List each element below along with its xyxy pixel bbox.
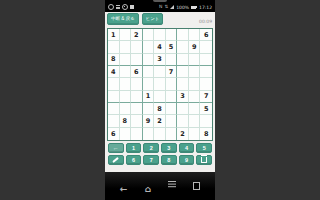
sudoku-cell-r7c6[interactable] — [166, 103, 178, 115]
sudoku-cell-r4c7[interactable] — [177, 66, 189, 78]
menu-icon — [168, 181, 176, 182]
sudoku-cell-r7c3[interactable] — [131, 103, 143, 115]
sudoku-cell-r9c3[interactable] — [131, 128, 143, 140]
sudoku-cell-r5c6[interactable] — [166, 78, 178, 90]
updown-icon: ⇅ — [164, 5, 168, 10]
hint-button[interactable]: ヒント — [142, 13, 164, 25]
circle-icon — [108, 4, 114, 10]
status-right-group: N⇅ 100% 17:12 — [159, 5, 212, 10]
erase-button[interactable] — [196, 155, 212, 165]
sudoku-cell-r5c5[interactable] — [154, 78, 166, 90]
sudoku-cell-r7c1[interactable] — [108, 103, 120, 115]
numpad-4[interactable]: 4 — [179, 143, 195, 153]
undo-icon — [113, 145, 119, 151]
sudoku-cell-r8c8[interactable] — [189, 115, 201, 127]
sudoku-cell-r2c2[interactable] — [120, 41, 132, 53]
sudoku-cell-r5c4[interactable] — [143, 78, 155, 90]
sudoku-cell-r7c4[interactable] — [143, 103, 155, 115]
sudoku-cell-r1c6[interactable] — [166, 29, 178, 41]
sudoku-cell-r2c9[interactable] — [200, 41, 212, 53]
sudoku-cell-r3c8[interactable] — [189, 54, 201, 66]
sudoku-cell-r5c8[interactable] — [189, 78, 201, 90]
sudoku-app: 中断 & 戻る ヒント 00:09 1264598346713785892628… — [105, 12, 215, 172]
sudoku-cell-r1c2[interactable] — [120, 29, 132, 41]
clock-label: 17:12 — [199, 5, 212, 10]
sudoku-cell-r2c3[interactable] — [131, 41, 143, 53]
sudoku-cell-r3c2[interactable] — [120, 54, 132, 66]
numpad-5[interactable]: 5 — [196, 143, 212, 153]
back-button[interactable] — [120, 177, 128, 196]
status-right-icons: N⇅ — [159, 5, 174, 10]
grid-icon — [116, 5, 120, 9]
numpad-8[interactable]: 8 — [161, 155, 177, 165]
sudoku-cell-r1c9[interactable]: 6 — [200, 29, 212, 41]
home-button[interactable] — [144, 177, 150, 196]
phone-screen: N⇅ 100% 17:12 中断 & 戻る ヒント 00:09 12645983… — [105, 0, 215, 200]
numpad-7[interactable]: 7 — [143, 155, 159, 165]
sudoku-cell-r4c2[interactable] — [120, 66, 132, 78]
sudoku-cell-r6c8[interactable] — [189, 91, 201, 103]
sudoku-cell-r1c3[interactable]: 2 — [131, 29, 143, 41]
back-icon — [120, 177, 128, 196]
sudoku-cell-r6c6[interactable] — [166, 91, 178, 103]
sudoku-cell-r8c9[interactable] — [200, 115, 212, 127]
sudoku-cell-r5c9[interactable] — [200, 78, 212, 90]
sudoku-cell-r4c1[interactable]: 4 — [108, 66, 120, 78]
sudoku-cell-r6c3[interactable] — [131, 91, 143, 103]
sudoku-cell-r7c5[interactable]: 8 — [154, 103, 166, 115]
numpad-2[interactable]: 2 — [143, 143, 159, 153]
sudoku-cell-r9c8[interactable] — [189, 128, 201, 140]
sudoku-cell-r2c7[interactable] — [177, 41, 189, 53]
sudoku-cell-r2c5[interactable]: 4 — [154, 41, 166, 53]
pause-and-back-button[interactable]: 中断 & 戻る — [107, 13, 139, 25]
sudoku-cell-r2c1[interactable] — [108, 41, 120, 53]
sudoku-cell-r8c1[interactable] — [108, 115, 120, 127]
sudoku-cell-r4c5[interactable] — [154, 66, 166, 78]
number-pad: 123456789 — [108, 143, 212, 165]
sudoku-cell-r4c9[interactable] — [200, 66, 212, 78]
sudoku-cell-r3c1[interactable]: 8 — [108, 54, 120, 66]
sudoku-cell-r3c4[interactable] — [143, 54, 155, 66]
sudoku-cell-r2c4[interactable] — [143, 41, 155, 53]
sudoku-cell-r3c3[interactable] — [131, 54, 143, 66]
sudoku-cell-r3c7[interactable] — [177, 54, 189, 66]
sudoku-cell-r5c7[interactable] — [177, 78, 189, 90]
sudoku-cell-r8c6[interactable] — [166, 115, 178, 127]
status-left-icons — [108, 4, 134, 10]
android-nav-bar — [105, 172, 215, 200]
sudoku-cell-r9c5[interactable] — [154, 128, 166, 140]
numpad-1[interactable]: 1 — [126, 143, 142, 153]
sudoku-cell-r7c9[interactable]: 5 — [200, 103, 212, 115]
recents-icon — [193, 182, 200, 190]
nfc-icon: N — [159, 5, 162, 10]
sudoku-cell-r3c6[interactable] — [166, 54, 178, 66]
sudoku-cell-r3c9[interactable] — [200, 54, 212, 66]
sudoku-board: 1264598346713785892628 — [107, 28, 213, 141]
undo-button[interactable] — [108, 143, 124, 153]
clock-icon — [122, 4, 128, 10]
sudoku-cell-r6c1[interactable] — [108, 91, 120, 103]
sudoku-cell-r9c4[interactable] — [143, 128, 155, 140]
sudoku-cell-r8c7[interactable] — [177, 115, 189, 127]
numpad-6[interactable]: 6 — [126, 155, 142, 165]
sudoku-cell-r6c9[interactable]: 7 — [200, 91, 212, 103]
sudoku-cell-r9c1[interactable]: 6 — [108, 128, 120, 140]
sudoku-cell-r1c8[interactable] — [189, 29, 201, 41]
sudoku-cell-r9c7[interactable]: 2 — [177, 128, 189, 140]
game-timer: 00:09 — [199, 19, 212, 24]
sudoku-cell-r4c4[interactable] — [143, 66, 155, 78]
speaker-notch — [153, 0, 167, 2]
sudoku-cell-r1c4[interactable] — [143, 29, 155, 41]
square-icon — [130, 5, 134, 9]
pencil-button[interactable] — [108, 155, 124, 165]
sudoku-cell-r9c6[interactable] — [166, 128, 178, 140]
header-buttons: 中断 & 戻る ヒント — [107, 13, 163, 25]
sudoku-cell-r2c8[interactable]: 9 — [189, 41, 201, 53]
sudoku-cell-r6c4[interactable]: 1 — [143, 91, 155, 103]
trash-icon — [201, 157, 207, 163]
sudoku-cell-r3c5[interactable]: 3 — [154, 54, 166, 66]
sudoku-cell-r9c2[interactable] — [120, 128, 132, 140]
numpad-3[interactable]: 3 — [161, 143, 177, 153]
sudoku-cell-r6c2[interactable] — [120, 91, 132, 103]
sudoku-cell-r8c2[interactable]: 8 — [120, 115, 132, 127]
sudoku-cell-r7c2[interactable] — [120, 103, 132, 115]
home-icon — [144, 177, 150, 196]
sudoku-cell-r7c7[interactable] — [177, 103, 189, 115]
sudoku-cell-r6c7[interactable]: 3 — [177, 91, 189, 103]
sudoku-cell-r2c6[interactable]: 5 — [166, 41, 178, 53]
sudoku-cell-r1c1[interactable]: 1 — [108, 29, 120, 41]
sudoku-cell-r5c1[interactable] — [108, 78, 120, 90]
sudoku-cell-r8c3[interactable] — [131, 115, 143, 127]
pencil-icon — [113, 157, 120, 163]
sudoku-cell-r1c5[interactable] — [154, 29, 166, 41]
sudoku-cell-r4c3[interactable]: 6 — [131, 66, 143, 78]
recents-button[interactable] — [193, 182, 200, 190]
battery-percent-label: 100% — [176, 5, 189, 10]
sudoku-cell-r8c4[interactable]: 9 — [143, 115, 155, 127]
sudoku-cell-r6c5[interactable] — [154, 91, 166, 103]
sudoku-cell-r4c6[interactable]: 7 — [166, 66, 178, 78]
sudoku-cell-r5c2[interactable] — [120, 78, 132, 90]
sudoku-cell-r7c8[interactable] — [189, 103, 201, 115]
sudoku-cell-r1c7[interactable] — [177, 29, 189, 41]
sudoku-cell-r5c3[interactable] — [131, 78, 143, 90]
numpad-9[interactable]: 9 — [179, 155, 195, 165]
sudoku-cell-r4c8[interactable] — [189, 66, 201, 78]
sudoku-cell-r9c9[interactable]: 8 — [200, 128, 212, 140]
sudoku-cell-r8c5[interactable]: 2 — [154, 115, 166, 127]
battery-icon — [191, 6, 196, 9]
signal-icon — [170, 5, 174, 9]
